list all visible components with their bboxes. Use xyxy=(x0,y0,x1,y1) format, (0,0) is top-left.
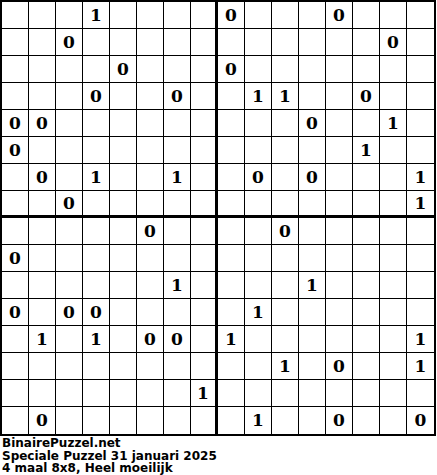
cell-top_right-r8c6[interactable] xyxy=(353,191,380,218)
cell-top_left-r3c7[interactable] xyxy=(164,56,191,83)
cell-bottom_right-r7c8[interactable] xyxy=(407,380,434,407)
cell-bottom_right-r4c4[interactable] xyxy=(299,299,326,326)
cell-bottom_right-r3c8[interactable] xyxy=(407,272,434,299)
cell-top_right-r6c4[interactable] xyxy=(299,137,326,164)
cell-top_right-r4c6: 0 xyxy=(353,83,380,110)
cell-top_left-r2c3: 0 xyxy=(56,29,83,56)
cell-top_left-r2c1[interactable] xyxy=(2,29,29,56)
cell-top_left-r8c3: 0 xyxy=(56,191,83,218)
cell-bottom_right-r1c2[interactable] xyxy=(245,218,272,245)
cell-top_left-r6c3[interactable] xyxy=(56,137,83,164)
cell-bottom_left-r5c5[interactable] xyxy=(110,326,137,353)
cell-bottom_right-r1c5[interactable] xyxy=(326,218,353,245)
cell-bottom_left-r3c6[interactable] xyxy=(137,272,164,299)
cell-top_left-r1c5[interactable] xyxy=(110,2,137,29)
cell-top_right-r7c5[interactable] xyxy=(326,164,353,191)
cell-top_right-r5c8[interactable] xyxy=(407,110,434,137)
cell-bottom_right-r4c1[interactable] xyxy=(218,299,245,326)
cell-top_right-r3c7[interactable] xyxy=(380,56,407,83)
cell-top_right-r4c3: 1 xyxy=(272,83,299,110)
cell-bottom_left-r2c7[interactable] xyxy=(164,245,191,272)
cell-bottom_right-r6c7[interactable] xyxy=(380,353,407,380)
cell-top_left-r8c5[interactable] xyxy=(110,191,137,218)
cell-bottom_left-r7c1[interactable] xyxy=(2,380,29,407)
cell-bottom_left-r6c2[interactable] xyxy=(29,353,56,380)
cell-top_right-r7c2: 0 xyxy=(245,164,272,191)
cell-top_right-r3c2[interactable] xyxy=(245,56,272,83)
cell-bottom_right-r7c3[interactable] xyxy=(272,380,299,407)
cell-top_left-r5c6[interactable] xyxy=(137,110,164,137)
cell-top_left-r1c4: 1 xyxy=(83,2,110,29)
cell-bottom_left-r2c4[interactable] xyxy=(83,245,110,272)
cell-top_right-r2c6[interactable] xyxy=(353,29,380,56)
cell-top_left-r2c8[interactable] xyxy=(191,29,218,56)
cell-bottom_left-r3c2[interactable] xyxy=(29,272,56,299)
cell-bottom_right-r8c8: 0 xyxy=(407,407,434,434)
cell-bottom_right-r2c6[interactable] xyxy=(353,245,380,272)
cell-bottom_right-r4c7[interactable] xyxy=(380,299,407,326)
cell-bottom_left-r2c8[interactable] xyxy=(191,245,218,272)
cell-bottom_left-r1c4[interactable] xyxy=(83,218,110,245)
cell-top_right-r1c3[interactable] xyxy=(272,2,299,29)
cell-bottom_right-r1c3: 0 xyxy=(272,218,299,245)
cell-top_right-r3c4[interactable] xyxy=(299,56,326,83)
cell-bottom_left-r1c8[interactable] xyxy=(191,218,218,245)
cell-bottom_right-r2c5[interactable] xyxy=(326,245,353,272)
cell-top_right-r6c3[interactable] xyxy=(272,137,299,164)
cell-top_left-r5c2: 0 xyxy=(29,110,56,137)
cell-bottom_left-r8c2: 0 xyxy=(29,407,56,434)
cell-bottom_right-r7c7[interactable] xyxy=(380,380,407,407)
cell-top_right-r4c7[interactable] xyxy=(380,83,407,110)
cell-bottom_left-r4c8[interactable] xyxy=(191,299,218,326)
cell-top_right-r1c7[interactable] xyxy=(380,2,407,29)
cell-top_left-r6c8[interactable] xyxy=(191,137,218,164)
cell-top_right-r6c8[interactable] xyxy=(407,137,434,164)
cell-bottom_left-r8c1[interactable] xyxy=(2,407,29,434)
cell-bottom_left-r6c6[interactable] xyxy=(137,353,164,380)
cell-top_right-r3c1: 0 xyxy=(218,56,245,83)
cell-top_left-r4c8[interactable] xyxy=(191,83,218,110)
cell-top_right-r3c6[interactable] xyxy=(353,56,380,83)
cell-bottom_left-r5c8[interactable] xyxy=(191,326,218,353)
cell-top_left-r7c8[interactable] xyxy=(191,164,218,191)
cell-top_left-r7c6[interactable] xyxy=(137,164,164,191)
cell-bottom_left-r2c6[interactable] xyxy=(137,245,164,272)
cell-top_left-r4c1[interactable] xyxy=(2,83,29,110)
cell-top_right-r3c3[interactable] xyxy=(272,56,299,83)
cell-bottom_left-r6c8[interactable] xyxy=(191,353,218,380)
cell-top_left-r4c2[interactable] xyxy=(29,83,56,110)
cell-top_left-r6c4[interactable] xyxy=(83,137,110,164)
cell-bottom_left-r5c3[interactable] xyxy=(56,326,83,353)
cell-bottom_left-r5c6: 0 xyxy=(137,326,164,353)
cell-bottom_right-r7c4[interactable] xyxy=(299,380,326,407)
cell-bottom_right-r1c7[interactable] xyxy=(380,218,407,245)
cell-top_left-r6c1: 0 xyxy=(2,137,29,164)
cell-bottom_right-r5c6[interactable] xyxy=(353,326,380,353)
cell-bottom_left-r5c2: 1 xyxy=(29,326,56,353)
cell-top_right-r5c5[interactable] xyxy=(326,110,353,137)
cell-bottom_right-r3c1[interactable] xyxy=(218,272,245,299)
cell-top_right-r5c2[interactable] xyxy=(245,110,272,137)
cell-bottom_left-r1c5[interactable] xyxy=(110,218,137,245)
cell-bottom_left-r8c6[interactable] xyxy=(137,407,164,434)
cell-top_right-r1c5: 0 xyxy=(326,2,353,29)
cell-top_right-r8c5[interactable] xyxy=(326,191,353,218)
cell-top_left-r5c4[interactable] xyxy=(83,110,110,137)
cell-top_right-r7c7[interactable] xyxy=(380,164,407,191)
cell-top_left-r5c8[interactable] xyxy=(191,110,218,137)
cell-bottom_left-r4c5[interactable] xyxy=(110,299,137,326)
cell-top_left-r7c3[interactable] xyxy=(56,164,83,191)
cell-bottom_left-r3c3[interactable] xyxy=(56,272,83,299)
cell-bottom_left-r4c2[interactable] xyxy=(29,299,56,326)
cell-top_left-r5c7[interactable] xyxy=(164,110,191,137)
cell-bottom_left-r3c1[interactable] xyxy=(2,272,29,299)
cell-bottom_left-r2c5[interactable] xyxy=(110,245,137,272)
cell-bottom_right-r5c7[interactable] xyxy=(380,326,407,353)
cell-top_right-r5c1[interactable] xyxy=(218,110,245,137)
cell-bottom_right-r3c5[interactable] xyxy=(326,272,353,299)
cell-bottom_right-r6c8: 1 xyxy=(407,353,434,380)
cell-top_right-r2c7: 0 xyxy=(380,29,407,56)
cell-bottom_left-r5c1[interactable] xyxy=(2,326,29,353)
cell-bottom_left-r8c8[interactable] xyxy=(191,407,218,434)
cell-bottom_left-r8c3[interactable] xyxy=(56,407,83,434)
cell-top_right-r8c8: 1 xyxy=(407,191,434,218)
cell-top_left-r7c4: 1 xyxy=(83,164,110,191)
cell-top_left-r3c2[interactable] xyxy=(29,56,56,83)
cell-top_right-r7c3[interactable] xyxy=(272,164,299,191)
cell-top_left-r1c8[interactable] xyxy=(191,2,218,29)
cell-top_left-r8c4[interactable] xyxy=(83,191,110,218)
cell-bottom_right-r2c8[interactable] xyxy=(407,245,434,272)
cell-top_left-r8c7[interactable] xyxy=(164,191,191,218)
cell-top_right-r6c2[interactable] xyxy=(245,137,272,164)
cell-bottom_left-r2c2[interactable] xyxy=(29,245,56,272)
cell-bottom_right-r2c2[interactable] xyxy=(245,245,272,272)
cell-bottom_right-r7c2[interactable] xyxy=(245,380,272,407)
cell-bottom_right-r8c1[interactable] xyxy=(218,407,245,434)
cell-bottom_left-r5c7: 0 xyxy=(164,326,191,353)
cell-top_right-r8c4[interactable] xyxy=(299,191,326,218)
cell-bottom_left-r4c3: 0 xyxy=(56,299,83,326)
cell-bottom_right-r5c3[interactable] xyxy=(272,326,299,353)
cell-top_right-r5c7: 1 xyxy=(380,110,407,137)
cell-top_left-r2c4[interactable] xyxy=(83,29,110,56)
cell-top_left-r6c7[interactable] xyxy=(164,137,191,164)
cell-bottom_left-r1c2[interactable] xyxy=(29,218,56,245)
cell-top_left-r6c6[interactable] xyxy=(137,137,164,164)
cell-bottom_left-r7c2[interactable] xyxy=(29,380,56,407)
cell-bottom_left-r1c6: 0 xyxy=(137,218,164,245)
cell-bottom_right-r3c4: 1 xyxy=(299,272,326,299)
cell-bottom_right-r8c7[interactable] xyxy=(380,407,407,434)
cell-bottom_right-r1c4[interactable] xyxy=(299,218,326,245)
cell-top_right-r7c1[interactable] xyxy=(218,164,245,191)
cell-top_right-r1c2[interactable] xyxy=(245,2,272,29)
cell-bottom_right-r4c5[interactable] xyxy=(326,299,353,326)
cell-top_left-r1c6[interactable] xyxy=(137,2,164,29)
cell-top_right-r8c3[interactable] xyxy=(272,191,299,218)
cell-bottom_right-r7c5[interactable] xyxy=(326,380,353,407)
cell-bottom_left-r3c7: 1 xyxy=(164,272,191,299)
cell-top_right-r6c1[interactable] xyxy=(218,137,245,164)
cell-top_right-r6c7[interactable] xyxy=(380,137,407,164)
cell-top_right-r1c4[interactable] xyxy=(299,2,326,29)
cell-bottom_left-r7c5[interactable] xyxy=(110,380,137,407)
cell-bottom_right-r8c2: 1 xyxy=(245,407,272,434)
cell-bottom_right-r6c5: 0 xyxy=(326,353,353,380)
cell-top_left-r3c8[interactable] xyxy=(191,56,218,83)
cell-bottom_left-r7c8: 1 xyxy=(191,380,218,407)
cell-bottom_right-r7c6[interactable] xyxy=(353,380,380,407)
cell-bottom_left-r2c1: 0 xyxy=(2,245,29,272)
cell-top_left-r4c5[interactable] xyxy=(110,83,137,110)
cell-top_left-r8c8[interactable] xyxy=(191,191,218,218)
cell-top_left-r2c6[interactable] xyxy=(137,29,164,56)
cell-bottom_left-r7c7[interactable] xyxy=(164,380,191,407)
cell-top_right-r5c3[interactable] xyxy=(272,110,299,137)
cell-bottom_right-r6c2[interactable] xyxy=(245,353,272,380)
cell-top_right-r2c1[interactable] xyxy=(218,29,245,56)
cell-top_right-r3c5[interactable] xyxy=(326,56,353,83)
cell-top_right-r4c5[interactable] xyxy=(326,83,353,110)
cell-bottom_left-r3c5[interactable] xyxy=(110,272,137,299)
cell-top_right-r2c8[interactable] xyxy=(407,29,434,56)
cell-top_left-r8c1[interactable] xyxy=(2,191,29,218)
cell-top_left-r6c2[interactable] xyxy=(29,137,56,164)
cell-bottom_right-r3c6[interactable] xyxy=(353,272,380,299)
cell-top_right-r7c4: 0 xyxy=(299,164,326,191)
cell-top_right-r1c6[interactable] xyxy=(353,2,380,29)
cell-top_right-r1c8[interactable] xyxy=(407,2,434,29)
cell-top_left-r1c2[interactable] xyxy=(29,2,56,29)
cell-top_right-r2c5[interactable] xyxy=(326,29,353,56)
cell-top_right-r7c8: 1 xyxy=(407,164,434,191)
cell-bottom_left-r1c1[interactable] xyxy=(2,218,29,245)
cell-top_right-r2c3[interactable] xyxy=(272,29,299,56)
cell-top_left-r5c5[interactable] xyxy=(110,110,137,137)
cell-bottom_right-r8c6[interactable] xyxy=(353,407,380,434)
cell-top_right-r2c4[interactable] xyxy=(299,29,326,56)
cell-top_right-r6c5[interactable] xyxy=(326,137,353,164)
cell-bottom_left-r1c7[interactable] xyxy=(164,218,191,245)
cell-top_right-r4c2: 1 xyxy=(245,83,272,110)
cell-top_right-r4c4[interactable] xyxy=(299,83,326,110)
footer-description: 4 maal 8x8, Heel moeilijk xyxy=(2,462,437,475)
cell-bottom_right-r8c3[interactable] xyxy=(272,407,299,434)
cell-bottom_right-r6c3: 1 xyxy=(272,353,299,380)
cell-bottom_right-r2c7[interactable] xyxy=(380,245,407,272)
cell-bottom_left-r2c3[interactable] xyxy=(56,245,83,272)
cell-bottom_right-r6c4[interactable] xyxy=(299,353,326,380)
cell-bottom_right-r1c6[interactable] xyxy=(353,218,380,245)
cell-bottom_left-r7c6[interactable] xyxy=(137,380,164,407)
cell-bottom_left-r4c4: 0 xyxy=(83,299,110,326)
cell-bottom_right-r3c3[interactable] xyxy=(272,272,299,299)
cell-bottom_left-r6c3[interactable] xyxy=(56,353,83,380)
cell-bottom_left-r6c1[interactable] xyxy=(2,353,29,380)
cell-bottom_right-r6c6[interactable] xyxy=(353,353,380,380)
cell-top_left-r4c6[interactable] xyxy=(137,83,164,110)
cell-bottom_left-r7c3[interactable] xyxy=(56,380,83,407)
cell-bottom_left-r3c8[interactable] xyxy=(191,272,218,299)
cell-top_right-r4c1[interactable] xyxy=(218,83,245,110)
cell-bottom_right-r4c3[interactable] xyxy=(272,299,299,326)
cell-top_right-r3c8[interactable] xyxy=(407,56,434,83)
cell-bottom_left-r8c4[interactable] xyxy=(83,407,110,434)
cell-bottom_right-r7c1[interactable] xyxy=(218,380,245,407)
cell-bottom_left-r5c4: 1 xyxy=(83,326,110,353)
cell-bottom_left-r4c7[interactable] xyxy=(164,299,191,326)
cell-top_left-r4c7: 0 xyxy=(164,83,191,110)
cell-top_right-r2c2[interactable] xyxy=(245,29,272,56)
cell-bottom_left-r3c4[interactable] xyxy=(83,272,110,299)
cell-bottom_right-r2c4[interactable] xyxy=(299,245,326,272)
cell-bottom_right-r1c8[interactable] xyxy=(407,218,434,245)
cell-bottom_right-r3c7[interactable] xyxy=(380,272,407,299)
cell-bottom_right-r5c8: 1 xyxy=(407,326,434,353)
cell-top_left-r2c2[interactable] xyxy=(29,29,56,56)
cell-top_left-r7c7: 1 xyxy=(164,164,191,191)
cell-top_left-r4c4: 0 xyxy=(83,83,110,110)
cell-top_right-r6c6: 1 xyxy=(353,137,380,164)
cell-bottom_right-r2c1[interactable] xyxy=(218,245,245,272)
cell-bottom_right-r8c4[interactable] xyxy=(299,407,326,434)
cell-top_left-r3c5: 0 xyxy=(110,56,137,83)
cell-top_left-r3c4[interactable] xyxy=(83,56,110,83)
cell-top_right-r8c2[interactable] xyxy=(245,191,272,218)
cell-top_right-r5c6[interactable] xyxy=(353,110,380,137)
cell-top_left-r8c6[interactable] xyxy=(137,191,164,218)
cell-top_left-r5c1: 0 xyxy=(2,110,29,137)
cell-top_right-r8c1[interactable] xyxy=(218,191,245,218)
cell-top_left-r1c3[interactable] xyxy=(56,2,83,29)
cell-top_right-r8c7[interactable] xyxy=(380,191,407,218)
cell-bottom_left-r4c1: 0 xyxy=(2,299,29,326)
cell-top_left-r1c1[interactable] xyxy=(2,2,29,29)
cell-top_left-r7c1[interactable] xyxy=(2,164,29,191)
cell-bottom_right-r5c4[interactable] xyxy=(299,326,326,353)
cell-top_left-r7c5[interactable] xyxy=(110,164,137,191)
cell-top_left-r4c3[interactable] xyxy=(56,83,83,110)
cell-bottom_right-r5c2[interactable] xyxy=(245,326,272,353)
puzzle-board: 1000000001100001010110010100011000111001… xyxy=(0,0,436,436)
cell-bottom_right-r2c3[interactable] xyxy=(272,245,299,272)
cell-bottom_left-r7c4[interactable] xyxy=(83,380,110,407)
cell-bottom_right-r5c5[interactable] xyxy=(326,326,353,353)
cell-bottom_right-r3c2[interactable] xyxy=(245,272,272,299)
cell-bottom_right-r4c8[interactable] xyxy=(407,299,434,326)
cell-top_left-r2c7[interactable] xyxy=(164,29,191,56)
cell-bottom_right-r8c5: 0 xyxy=(326,407,353,434)
footer: BinairePuzzel.net Speciale Puzzel 31 jan… xyxy=(0,436,437,475)
cell-top_left-r6c5[interactable] xyxy=(110,137,137,164)
cell-bottom_left-r8c5[interactable] xyxy=(110,407,137,434)
cell-top_right-r7c6[interactable] xyxy=(353,164,380,191)
cell-bottom_left-r6c4[interactable] xyxy=(83,353,110,380)
cell-bottom_right-r6c1[interactable] xyxy=(218,353,245,380)
cell-bottom_left-r8c7[interactable] xyxy=(164,407,191,434)
cell-bottom_right-r4c6[interactable] xyxy=(353,299,380,326)
cell-bottom_left-r6c5[interactable] xyxy=(110,353,137,380)
cell-top_right-r5c4: 0 xyxy=(299,110,326,137)
cell-top_left-r3c3[interactable] xyxy=(56,56,83,83)
cell-bottom_right-r4c2: 1 xyxy=(245,299,272,326)
cell-bottom_left-r4c6[interactable] xyxy=(137,299,164,326)
cell-top_left-r5c3[interactable] xyxy=(56,110,83,137)
cell-top_left-r7c2: 0 xyxy=(29,164,56,191)
cell-top_left-r3c6[interactable] xyxy=(137,56,164,83)
cell-top_left-r2c5[interactable] xyxy=(110,29,137,56)
footer-site: BinairePuzzel.net xyxy=(2,437,437,450)
cell-bottom_right-r1c1[interactable] xyxy=(218,218,245,245)
cell-bottom_left-r6c7[interactable] xyxy=(164,353,191,380)
cell-top_left-r1c7[interactable] xyxy=(164,2,191,29)
cell-bottom_right-r5c1: 1 xyxy=(218,326,245,353)
cell-top_left-r8c2[interactable] xyxy=(29,191,56,218)
cell-top_right-r1c1: 0 xyxy=(218,2,245,29)
cell-bottom_left-r1c3[interactable] xyxy=(56,218,83,245)
cell-top_right-r4c8[interactable] xyxy=(407,83,434,110)
cell-top_left-r3c1[interactable] xyxy=(2,56,29,83)
